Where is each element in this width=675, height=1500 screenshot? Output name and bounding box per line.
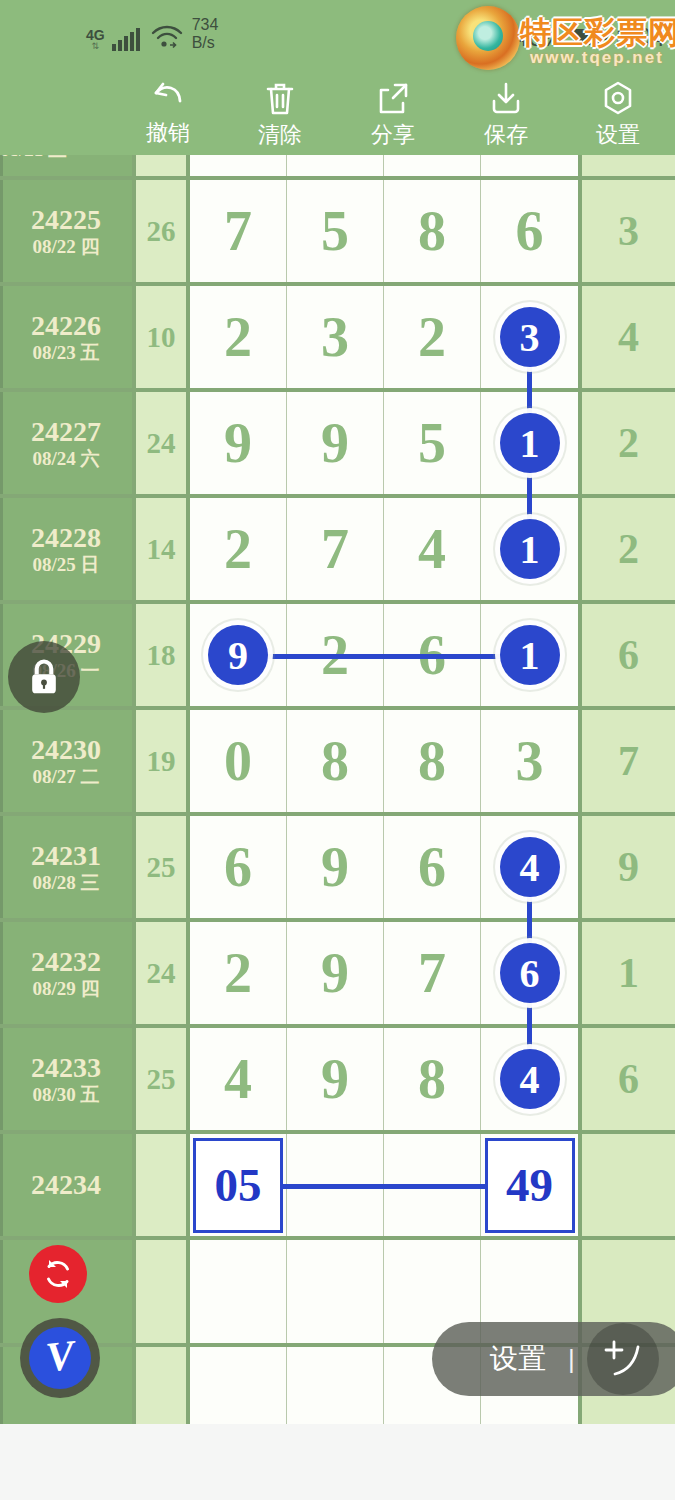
draw-number: 24230: [31, 734, 101, 766]
digit-cell-circled: 9: [208, 625, 268, 685]
digit-cell: 0: [224, 729, 252, 793]
digit-cell-circled: 4: [500, 837, 560, 897]
network-indicator: 4G ⇅: [86, 28, 105, 51]
sum-cell: 25: [132, 1028, 190, 1130]
clear-button[interactable]: 清除: [235, 81, 325, 150]
digit-cell: 8: [418, 1047, 446, 1111]
table-row: 2423008/27 二 19 0 8 8 3 7: [0, 710, 675, 816]
settings-pill[interactable]: 设置 |: [432, 1322, 675, 1396]
save-icon: [489, 81, 523, 115]
sum-cell: 18: [132, 604, 190, 706]
lock-button[interactable]: [8, 641, 80, 713]
digit-cell: 2: [224, 517, 252, 581]
draw-date: 08/22 四: [32, 236, 99, 259]
table-row: 2422608/23 五 10 2 3 2 3 4: [0, 286, 675, 392]
digit-cell: 7: [418, 941, 446, 1005]
table-row: 2422708/24 六 24 9 9 5 1 2: [0, 392, 675, 498]
digit-cell: 9: [321, 835, 349, 899]
digit-cell-circled: 1: [500, 519, 560, 579]
pill-settings-label[interactable]: 设置: [490, 1340, 546, 1378]
alarm-clock-icon: [476, 22, 506, 52]
draw-tool-button[interactable]: V: [20, 1318, 100, 1398]
undo-button[interactable]: 撤销: [123, 81, 213, 148]
toolbar: 撤销 清除 分享 保存: [0, 75, 675, 155]
sum-cell: 24: [132, 392, 190, 494]
table-row-partial: 08/21 三: [0, 155, 675, 180]
digit-cell: 5: [321, 199, 349, 263]
draw-number: 24225: [31, 204, 101, 236]
draw-date: 08/24 六: [32, 448, 99, 471]
sum-cell: [132, 1134, 190, 1236]
digit-cell: 8: [321, 729, 349, 793]
save-button[interactable]: 保存: [461, 81, 551, 150]
draw-number: 24227: [31, 416, 101, 448]
draw-number: 24228: [31, 522, 101, 554]
digit-cell: 9: [321, 411, 349, 475]
draw-date: 08/25 日: [32, 554, 99, 577]
right-digit-cell: 7: [578, 710, 675, 812]
table-row: 2423308/30 五 25 4 9 8 4 6: [0, 1028, 675, 1134]
draw-number: 24226: [31, 310, 101, 342]
right-digit-cell: 9: [578, 816, 675, 918]
draw-number: 24231: [31, 840, 101, 872]
table-row: 2422808/25 日 14 2 7 4 1 2: [0, 498, 675, 604]
prediction-box: 49: [485, 1138, 575, 1233]
digit-cell: 6: [224, 835, 252, 899]
pill-divider: |: [568, 1344, 575, 1375]
draw-number: 24234: [31, 1169, 101, 1201]
draw-date: 08/30 五: [32, 1084, 99, 1107]
right-digit-cell: 3: [578, 180, 675, 282]
table-row: 2423208/29 四 24 2 9 7 6 1: [0, 922, 675, 1028]
digit-cell: 9: [224, 411, 252, 475]
status-bar: 4G ⇅ 734 B/s 46% 8:04: [0, 0, 675, 75]
v-pen-icon: V: [29, 1327, 91, 1389]
digit-cell: 3: [516, 729, 544, 793]
draw-date: 08/23 五: [32, 342, 99, 365]
digit-cell-circled: 1: [500, 413, 560, 473]
digit-cell: 3: [321, 305, 349, 369]
trash-icon: [264, 81, 296, 115]
settings-icon: [601, 81, 635, 115]
trend-chart-grid: 08/21 三 2422508/22 四 26 7 5 8 6 3 242260…: [0, 155, 675, 1424]
wifi-icon: [149, 23, 185, 51]
right-digit-cell: 2: [578, 392, 675, 494]
sum-cell: 24: [132, 922, 190, 1024]
digit-cell-circled: 4: [500, 1049, 560, 1109]
digit-cell: 4: [224, 1047, 252, 1111]
prediction-box: 05: [193, 1138, 283, 1233]
android-nav-bar: [0, 1424, 675, 1500]
sum-cell: 19: [132, 710, 190, 812]
draw-number: 24233: [31, 1052, 101, 1084]
sum-cell: 25: [132, 816, 190, 918]
right-digit-cell: 6: [578, 604, 675, 706]
right-digit-cell: [578, 1134, 675, 1236]
draw-date: 08/28 三: [32, 872, 99, 895]
battery-percent: 46%: [514, 23, 564, 52]
right-digit-cell: 6: [578, 1028, 675, 1130]
curve-pen-button[interactable]: [587, 1323, 659, 1395]
signal-bars-icon: [112, 25, 142, 51]
digit-cell: 8: [418, 729, 446, 793]
battery-icon: [572, 27, 608, 47]
sum-cell: 10: [132, 286, 190, 388]
curve-pen-icon: [601, 1337, 645, 1381]
draw-number: 24232: [31, 946, 101, 978]
settings-button[interactable]: 设置: [573, 81, 663, 150]
digit-cell: 2: [418, 305, 446, 369]
sum-cell: 26: [132, 180, 190, 282]
refresh-icon: [41, 1257, 75, 1291]
network-speed: 734 B/s: [192, 16, 219, 51]
clock-time: 8:04: [616, 23, 665, 52]
sum-cell: 14: [132, 498, 190, 600]
digit-cell: 9: [321, 1047, 349, 1111]
digit-cell: 2: [224, 305, 252, 369]
table-row: 2423108/28 三 25 6 9 6 4 9: [0, 816, 675, 922]
digit-cell: 6: [418, 835, 446, 899]
share-icon: [376, 81, 410, 115]
digit-cell: 5: [418, 411, 446, 475]
refresh-button[interactable]: [29, 1245, 87, 1303]
draw-date: 08/27 二: [32, 766, 99, 789]
digit-cell: 8: [418, 199, 446, 263]
right-digit-cell: 1: [578, 922, 675, 1024]
table-row: 2422508/22 四 26 7 5 8 6 3: [0, 180, 675, 286]
digit-cell: 4: [418, 517, 446, 581]
digit-cell: 9: [321, 941, 349, 1005]
digit-cell-circled: 6: [500, 943, 560, 1003]
digit-cell-circled: 3: [500, 307, 560, 367]
digit-cell: 7: [224, 199, 252, 263]
draw-date: 08/29 四: [32, 978, 99, 1001]
right-digit-cell: 2: [578, 498, 675, 600]
digit-cell: 7: [321, 517, 349, 581]
connector-line-horizontal: [238, 654, 530, 659]
digit-cell: 6: [516, 199, 544, 263]
lock-icon: [24, 656, 64, 698]
share-button[interactable]: 分享: [348, 81, 438, 150]
undo-icon: [151, 81, 185, 113]
digit-cell-circled: 1: [500, 625, 560, 685]
digit-cell: 2: [224, 941, 252, 1005]
right-digit-cell: 4: [578, 286, 675, 388]
